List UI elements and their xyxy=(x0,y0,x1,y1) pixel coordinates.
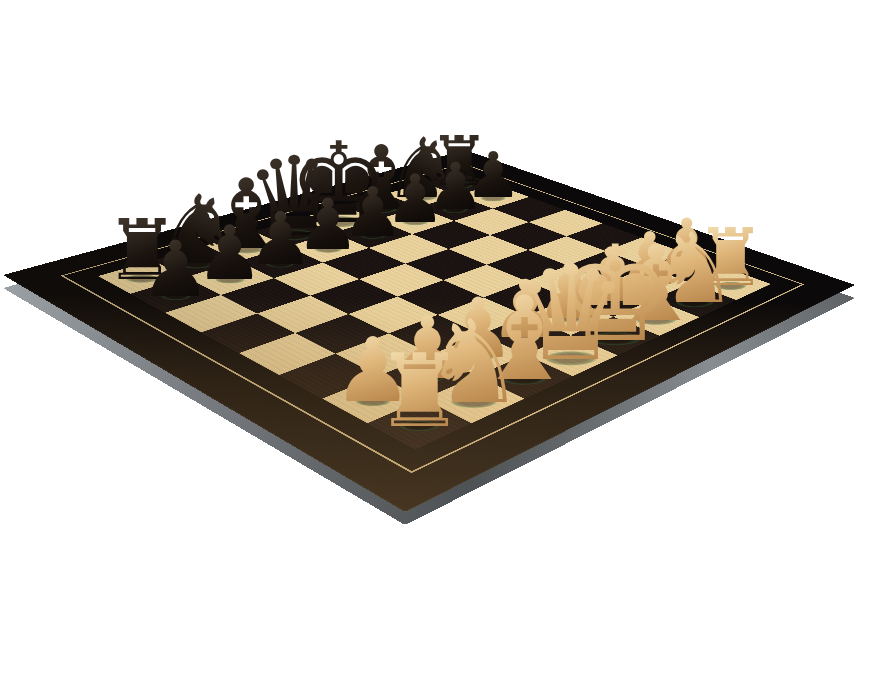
board-grid xyxy=(98,172,771,449)
product-photo-stage: ♜♞♝♛♚♝♞♜♟♟♟♟♟♟♟♟♟♟♟♟♟♟♟♟♜♞♝♛♚♝♞♜ xyxy=(0,0,880,680)
chessboard xyxy=(3,150,855,512)
